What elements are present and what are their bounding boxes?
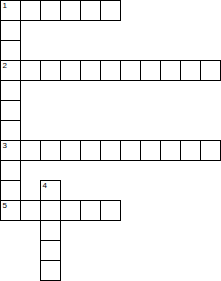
crossword-cell[interactable]	[20, 60, 41, 81]
crossword-cell[interactable]	[0, 80, 21, 101]
crossword-cell[interactable]	[100, 140, 121, 161]
crossword-grid: 12345	[0, 0, 220, 280]
crossword-cell[interactable]: 5	[0, 200, 21, 221]
crossword-cell[interactable]	[100, 60, 121, 81]
crossword-cell[interactable]	[0, 120, 21, 141]
crossword-cell[interactable]	[140, 140, 161, 161]
crossword-cell[interactable]	[20, 140, 41, 161]
crossword-cell[interactable]	[0, 40, 21, 61]
crossword-cell[interactable]	[40, 140, 61, 161]
crossword-cell[interactable]	[80, 0, 101, 21]
crossword-cell[interactable]	[60, 200, 81, 221]
crossword-cell[interactable]	[0, 160, 21, 181]
crossword-cell[interactable]	[40, 200, 61, 221]
crossword-cell[interactable]	[40, 260, 61, 281]
crossword-cell[interactable]	[120, 140, 141, 161]
crossword-cell[interactable]	[40, 60, 61, 81]
crossword-cell[interactable]	[60, 60, 81, 81]
crossword-cell[interactable]	[140, 60, 161, 81]
crossword-cell[interactable]	[100, 200, 121, 221]
crossword-cell[interactable]	[80, 60, 101, 81]
crossword-cell[interactable]	[180, 140, 201, 161]
crossword-cell[interactable]	[200, 140, 221, 161]
crossword-cell[interactable]	[80, 140, 101, 161]
crossword-cell[interactable]	[160, 60, 181, 81]
crossword-cell[interactable]	[20, 200, 41, 221]
crossword-cell[interactable]	[80, 200, 101, 221]
crossword-cell[interactable]	[60, 140, 81, 161]
crossword-cell[interactable]	[40, 220, 61, 241]
crossword-cell[interactable]	[40, 0, 61, 21]
crossword-cell[interactable]	[0, 180, 21, 201]
crossword-cell[interactable]	[120, 60, 141, 81]
crossword-cell[interactable]: 4	[40, 180, 61, 201]
clue-number: 5	[3, 201, 7, 210]
crossword-cell[interactable]: 2	[0, 60, 21, 81]
crossword-cell[interactable]	[180, 60, 201, 81]
clue-number: 3	[3, 141, 7, 150]
crossword-cell[interactable]	[40, 240, 61, 261]
crossword-cell[interactable]: 1	[0, 0, 21, 21]
crossword-cell[interactable]	[60, 0, 81, 21]
crossword-cell[interactable]	[160, 140, 181, 161]
clue-number: 2	[3, 61, 7, 70]
crossword-cell[interactable]	[200, 60, 221, 81]
clue-number: 1	[3, 1, 7, 10]
clue-number: 4	[43, 181, 47, 190]
crossword-cell[interactable]	[0, 100, 21, 121]
crossword-cell[interactable]: 3	[0, 140, 21, 161]
crossword-cell[interactable]	[0, 20, 21, 41]
crossword-cell[interactable]	[20, 0, 41, 21]
crossword-cell[interactable]	[100, 0, 121, 21]
